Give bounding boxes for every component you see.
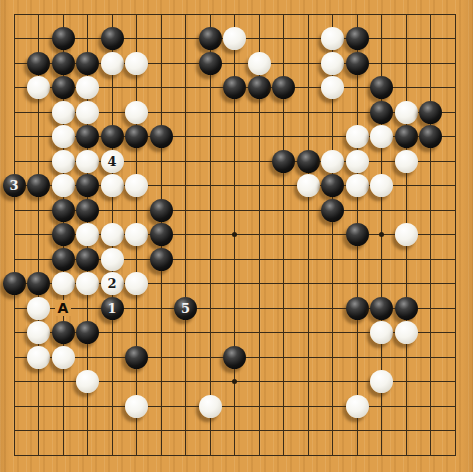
grid-line-horizontal [14,406,456,407]
black-stone [346,223,369,246]
black-stone [52,223,75,246]
black-stone [27,272,50,295]
white-stone [76,150,99,173]
white-stone [125,101,148,124]
star-point [379,232,384,237]
white-stone [370,174,393,197]
white-stone [370,125,393,148]
grid-line-horizontal [14,430,456,431]
move-number-label: 4 [107,155,116,168]
black-stone [125,346,148,369]
white-stone [52,125,75,148]
black-stone [52,52,75,75]
black-stone [27,174,50,197]
white-stone [395,223,418,246]
white-stone [27,297,50,320]
black-stone [248,76,271,99]
point-label: A [55,300,71,316]
black-stone [76,248,99,271]
white-stone [321,76,344,99]
move-number-label: 5 [181,302,190,315]
white-stone [76,370,99,393]
white-stone [101,248,124,271]
black-stone [370,101,393,124]
black-stone: 3 [3,174,26,197]
white-stone [346,395,369,418]
white-stone [76,101,99,124]
white-stone [395,101,418,124]
white-stone [52,272,75,295]
white-stone [199,395,222,418]
black-stone [346,297,369,320]
black-stone [150,125,173,148]
white-stone [125,223,148,246]
black-stone [395,125,418,148]
black-stone [76,321,99,344]
black-stone [76,125,99,148]
white-stone: 4 [101,150,124,173]
grid-line-horizontal [14,455,456,456]
grid-line-vertical [308,14,309,456]
black-stone [223,76,246,99]
black-stone [272,150,295,173]
white-stone [76,272,99,295]
black-stone [321,199,344,222]
black-stone [272,76,295,99]
white-stone: 2 [101,272,124,295]
black-stone [346,52,369,75]
black-stone [27,52,50,75]
black-stone [321,174,344,197]
white-stone [346,125,369,148]
star-point [232,379,237,384]
black-stone [419,101,442,124]
white-stone [27,321,50,344]
move-number-label: 1 [107,302,116,315]
black-stone [76,199,99,222]
black-stone [76,174,99,197]
black-stone [150,199,173,222]
white-stone [248,52,271,75]
black-stone [76,52,99,75]
black-stone [52,199,75,222]
white-stone [52,101,75,124]
white-stone [101,52,124,75]
white-stone [346,174,369,197]
white-stone [27,76,50,99]
black-stone [3,272,26,295]
white-stone [27,346,50,369]
white-stone [52,346,75,369]
white-stone [370,321,393,344]
white-stone [52,174,75,197]
white-stone [321,27,344,50]
white-stone [223,27,246,50]
white-stone [297,174,320,197]
white-stone [346,150,369,173]
white-stone [395,321,418,344]
black-stone [223,346,246,369]
white-stone [395,150,418,173]
black-stone [150,248,173,271]
black-stone [346,27,369,50]
black-stone [395,297,418,320]
black-stone [52,321,75,344]
black-stone [199,27,222,50]
grid-line-vertical [430,14,431,456]
black-stone [199,52,222,75]
white-stone [52,150,75,173]
white-stone [125,174,148,197]
black-stone [370,297,393,320]
white-stone [321,52,344,75]
black-stone [52,248,75,271]
move-number-label: 2 [107,277,116,290]
white-stone [370,370,393,393]
black-stone [52,27,75,50]
go-board[interactable]: 43215A [0,0,473,472]
black-stone [150,223,173,246]
white-stone [321,150,344,173]
white-stone [101,174,124,197]
black-stone [101,27,124,50]
black-stone [419,125,442,148]
white-stone [76,76,99,99]
star-point [232,232,237,237]
black-stone: 1 [101,297,124,320]
white-stone [101,223,124,246]
black-stone [101,125,124,148]
black-stone [52,76,75,99]
white-stone [125,272,148,295]
black-stone [370,76,393,99]
black-stone [297,150,320,173]
white-stone [76,223,99,246]
white-stone [125,52,148,75]
black-stone [125,125,148,148]
white-stone [125,395,148,418]
move-number-label: 3 [9,179,18,192]
black-stone: 5 [174,297,197,320]
grid-line-vertical [455,14,456,456]
